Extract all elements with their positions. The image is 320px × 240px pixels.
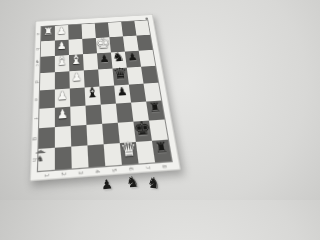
square-g2 — [55, 126, 71, 148]
square-d8 — [141, 66, 158, 84]
square-e2 — [55, 88, 70, 107]
square-c5 — [97, 52, 113, 69]
vinyl-board-border: ♜♟♟♚♝♝♟♟♟♛♟♞♟♛♝♟♚♜♜ 12345678 abcdefgh ♞ … — [30, 14, 181, 181]
rank-label-6: 6 — [125, 160, 136, 179]
rank-label-5: 5 — [109, 161, 119, 180]
file-label-g: g — [25, 134, 46, 143]
square-b5 — [96, 37, 111, 53]
square-c3 — [69, 54, 84, 71]
square-f3 — [70, 106, 86, 126]
square-c8 — [139, 50, 156, 67]
border-mark — [145, 17, 148, 19]
board-brand-mark: ♞ — [34, 50, 40, 72]
square-d3 — [69, 70, 84, 88]
file-label-e: e — [26, 96, 45, 104]
rank-label-4: 4 — [92, 162, 102, 181]
square-g4 — [86, 124, 103, 146]
square-g8 — [149, 119, 168, 140]
file-label-a: a — [29, 31, 46, 37]
square-c2 — [55, 55, 69, 72]
rank-label-3: 3 — [76, 163, 86, 182]
file-label-f: f — [26, 114, 46, 123]
square-e8 — [144, 83, 162, 102]
square-d2 — [55, 71, 70, 89]
square-e4 — [85, 87, 101, 106]
rank-label-1: 1 — [42, 166, 51, 185]
file-label-d: d — [27, 78, 46, 86]
board-grid — [38, 20, 172, 171]
square-a4 — [82, 24, 96, 39]
table-surface: { "game": "chess", "scene_description": … — [0, 0, 200, 200]
square-f2 — [55, 107, 71, 127]
square-a2 — [55, 25, 69, 40]
square-d5 — [98, 69, 114, 87]
square-b4 — [82, 38, 97, 54]
square-g3 — [71, 125, 88, 147]
knight-logo-icon: ♞ — [35, 150, 46, 167]
chess-board: ♜♟♟♚♝♝♟♟♟♛♟♞♟♛♝♟♚♜♜ 12345678 abcdefgh ♞ … — [30, 14, 181, 181]
square-b2 — [55, 40, 69, 56]
square-a5 — [95, 23, 110, 38]
square-d4 — [84, 69, 100, 87]
square-c4 — [83, 53, 98, 70]
square-f8 — [146, 101, 164, 121]
rank-label-2: 2 — [59, 165, 68, 184]
square-b3 — [69, 39, 83, 55]
square-b8 — [136, 35, 152, 51]
square-e3 — [70, 88, 86, 107]
square-a8 — [134, 20, 150, 35]
captured-black-knight-3: ♞ — [146, 175, 161, 191]
square-a3 — [68, 24, 82, 39]
square-f4 — [86, 105, 103, 125]
